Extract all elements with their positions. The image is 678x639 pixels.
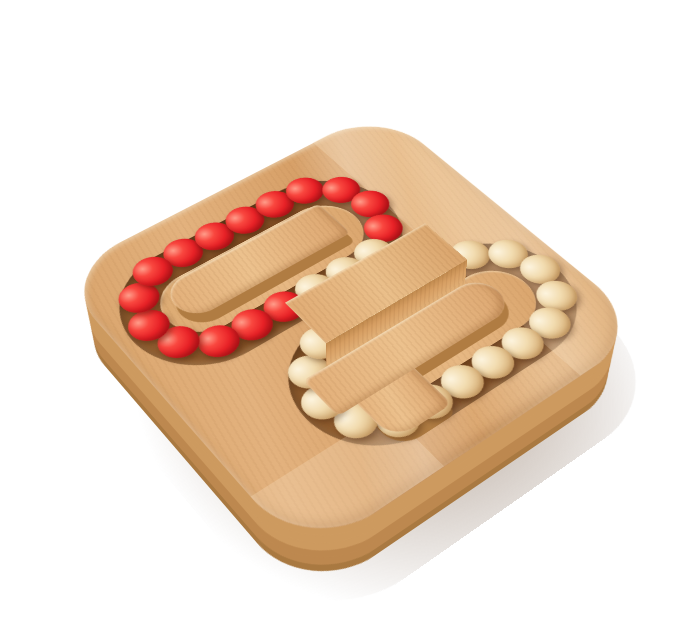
board-top-face: [56, 109, 650, 560]
puzzle-board-scene: [56, 109, 650, 560]
product-photo-background: { "game": "wooden rotating-beads marble …: [0, 0, 678, 639]
